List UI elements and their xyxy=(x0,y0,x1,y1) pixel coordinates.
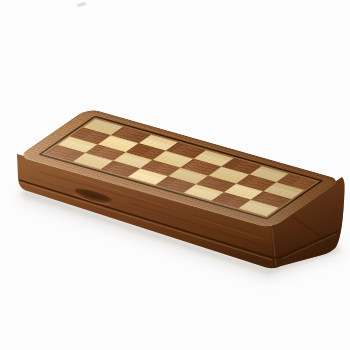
product-photo-scene xyxy=(0,0,350,350)
